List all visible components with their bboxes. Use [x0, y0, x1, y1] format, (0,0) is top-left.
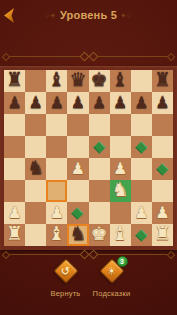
square-g2[interactable]: ♟ — [131, 202, 152, 224]
white-pawn: ♟ — [134, 205, 148, 221]
board-frame: ♜♝♛♚♝♜♟♟♟♟♟♟♟♟♞♟♟♞♟♟♟♟♜♝♞♚♝♜ — [0, 66, 177, 250]
square-a1[interactable]: ♜ — [4, 224, 25, 246]
square-c5[interactable] — [46, 136, 67, 158]
divider-diamond-icon — [167, 250, 175, 258]
footer-buttons: ↺ Вернуть ☀ 3 Подсказки — [0, 259, 177, 298]
square-g3[interactable] — [131, 180, 152, 202]
square-a2[interactable]: ♟ — [4, 202, 25, 224]
square-b6[interactable] — [25, 114, 46, 136]
move-target-diamond-icon — [135, 229, 148, 242]
white-pawn: ♟ — [7, 205, 21, 221]
square-h2[interactable]: ♟ — [152, 202, 173, 224]
square-h1[interactable]: ♜ — [152, 224, 173, 246]
move-target-diamond-icon — [72, 207, 85, 220]
divider-bottom — [2, 251, 175, 258]
square-c8[interactable]: ♝ — [46, 70, 67, 92]
square-g4[interactable] — [131, 158, 152, 180]
square-e2[interactable] — [89, 202, 110, 224]
black-bishop: ♝ — [48, 70, 65, 89]
square-f5[interactable] — [110, 136, 131, 158]
black-pawn: ♟ — [71, 95, 85, 111]
hints-label: Подсказки — [93, 289, 131, 298]
square-h8[interactable]: ♜ — [152, 70, 173, 92]
square-e7[interactable]: ♟ — [89, 92, 110, 114]
square-c1[interactable]: ♝ — [46, 224, 67, 246]
square-f2[interactable] — [110, 202, 131, 224]
black-knight: ♞ — [27, 158, 44, 177]
square-e4[interactable] — [89, 158, 110, 180]
undo-button[interactable]: ↺ Вернуть — [43, 259, 89, 298]
undo-button-diamond: ↺ — [53, 258, 78, 283]
square-d1[interactable]: ♞ — [67, 224, 88, 246]
square-c6[interactable] — [46, 114, 67, 136]
square-a8[interactable]: ♜ — [4, 70, 25, 92]
white-pawn: ♟ — [50, 205, 64, 221]
square-e1[interactable]: ♚ — [89, 224, 110, 246]
square-g1[interactable] — [131, 224, 152, 246]
white-knight: ♞ — [112, 180, 129, 199]
square-e6[interactable] — [89, 114, 110, 136]
move-target-diamond-icon — [156, 163, 169, 176]
white-pawn: ♟ — [71, 161, 85, 177]
square-b2[interactable] — [25, 202, 46, 224]
square-g7[interactable]: ♟ — [131, 92, 152, 114]
square-b3[interactable] — [25, 180, 46, 202]
black-pawn: ♟ — [7, 95, 21, 111]
square-d2[interactable] — [67, 202, 88, 224]
square-c4[interactable] — [46, 158, 67, 180]
page-title: Уровень 5 — [60, 9, 117, 21]
black-pawn: ♟ — [113, 95, 127, 111]
black-rook: ♜ — [6, 70, 23, 89]
square-b7[interactable]: ♟ — [25, 92, 46, 114]
black-pawn: ♟ — [155, 95, 169, 111]
black-rook: ♜ — [154, 70, 171, 89]
square-f3[interactable]: ♞ — [110, 180, 131, 202]
black-pawn: ♟ — [92, 95, 106, 111]
black-queen: ♛ — [69, 70, 86, 89]
undo-icon: ↺ — [61, 266, 70, 277]
black-bishop: ♝ — [112, 70, 129, 89]
divider-diamond-icon — [79, 52, 89, 62]
hints-count-badge: 3 — [117, 256, 128, 267]
square-f1[interactable]: ♝ — [110, 224, 131, 246]
square-h7[interactable]: ♟ — [152, 92, 173, 114]
square-d5[interactable] — [67, 136, 88, 158]
undo-label: Вернуть — [51, 289, 81, 298]
square-h6[interactable] — [152, 114, 173, 136]
square-c3[interactable] — [46, 180, 67, 202]
hints-button[interactable]: ☀ 3 Подсказки — [89, 259, 135, 298]
square-h3[interactable] — [152, 180, 173, 202]
top-bar: ◇◈ Уровень 5 ◈◇ — [0, 0, 177, 32]
square-d8[interactable]: ♛ — [67, 70, 88, 92]
square-a6[interactable] — [4, 114, 25, 136]
chess-app: ◇◈ Уровень 5 ◈◇ ♜♝♛♚♝♜♟♟♟♟♟♟♟♟♞♟♟♞♟♟♟♟♜♝… — [0, 0, 177, 315]
square-d4[interactable]: ♟ — [67, 158, 88, 180]
square-g5[interactable] — [131, 136, 152, 158]
square-f4[interactable]: ♟ — [110, 158, 131, 180]
move-target-diamond-icon — [135, 141, 148, 154]
black-pawn: ♟ — [50, 95, 64, 111]
white-king: ♚ — [91, 224, 108, 243]
square-d3[interactable] — [67, 180, 88, 202]
white-rook: ♜ — [6, 224, 23, 243]
title-row: ◇◈ Уровень 5 ◈◇ — [0, 9, 177, 21]
square-d7[interactable]: ♟ — [67, 92, 88, 114]
divider-top — [2, 53, 175, 60]
square-a3[interactable] — [4, 180, 25, 202]
square-a4[interactable] — [4, 158, 25, 180]
square-h4[interactable] — [152, 158, 173, 180]
white-bishop: ♝ — [48, 224, 65, 243]
square-b8[interactable] — [25, 70, 46, 92]
title-ornament-left-icon: ◇◈ — [45, 12, 56, 18]
white-pawn: ♟ — [155, 205, 169, 221]
square-a7[interactable]: ♟ — [4, 92, 25, 114]
square-b4[interactable]: ♞ — [25, 158, 46, 180]
square-e3[interactable] — [89, 180, 110, 202]
square-b5[interactable] — [25, 136, 46, 158]
white-pawn: ♟ — [113, 161, 127, 177]
square-f8[interactable]: ♝ — [110, 70, 131, 92]
square-f7[interactable]: ♟ — [110, 92, 131, 114]
hint-bulb-icon: ☀ — [107, 266, 117, 277]
black-pawn: ♟ — [29, 95, 43, 111]
square-h5[interactable] — [152, 136, 173, 158]
black-knight: ♞ — [69, 224, 86, 243]
square-c2[interactable]: ♟ — [46, 202, 67, 224]
divider-diamond-icon — [88, 250, 98, 260]
divider-diamond-icon — [167, 52, 175, 60]
square-b1[interactable] — [25, 224, 46, 246]
divider-diamond-icon — [2, 52, 10, 60]
black-king: ♚ — [91, 70, 108, 89]
square-d6[interactable] — [67, 114, 88, 136]
square-g6[interactable] — [131, 114, 152, 136]
board: ♜♝♛♚♝♜♟♟♟♟♟♟♟♟♞♟♟♞♟♟♟♟♜♝♞♚♝♜ — [4, 70, 173, 246]
square-c7[interactable]: ♟ — [46, 92, 67, 114]
move-target-diamond-icon — [93, 141, 106, 154]
square-a5[interactable] — [4, 136, 25, 158]
white-rook: ♜ — [154, 224, 171, 243]
divider-diamond-icon — [88, 52, 98, 62]
divider-diamond-icon — [79, 250, 89, 260]
square-f6[interactable] — [110, 114, 131, 136]
black-pawn: ♟ — [134, 95, 148, 111]
white-bishop: ♝ — [112, 224, 129, 243]
square-e8[interactable]: ♚ — [89, 70, 110, 92]
divider-diamond-icon — [2, 250, 10, 258]
square-e5[interactable] — [89, 136, 110, 158]
title-ornament-right-icon: ◈◇ — [121, 12, 132, 18]
square-g8[interactable] — [131, 70, 152, 92]
